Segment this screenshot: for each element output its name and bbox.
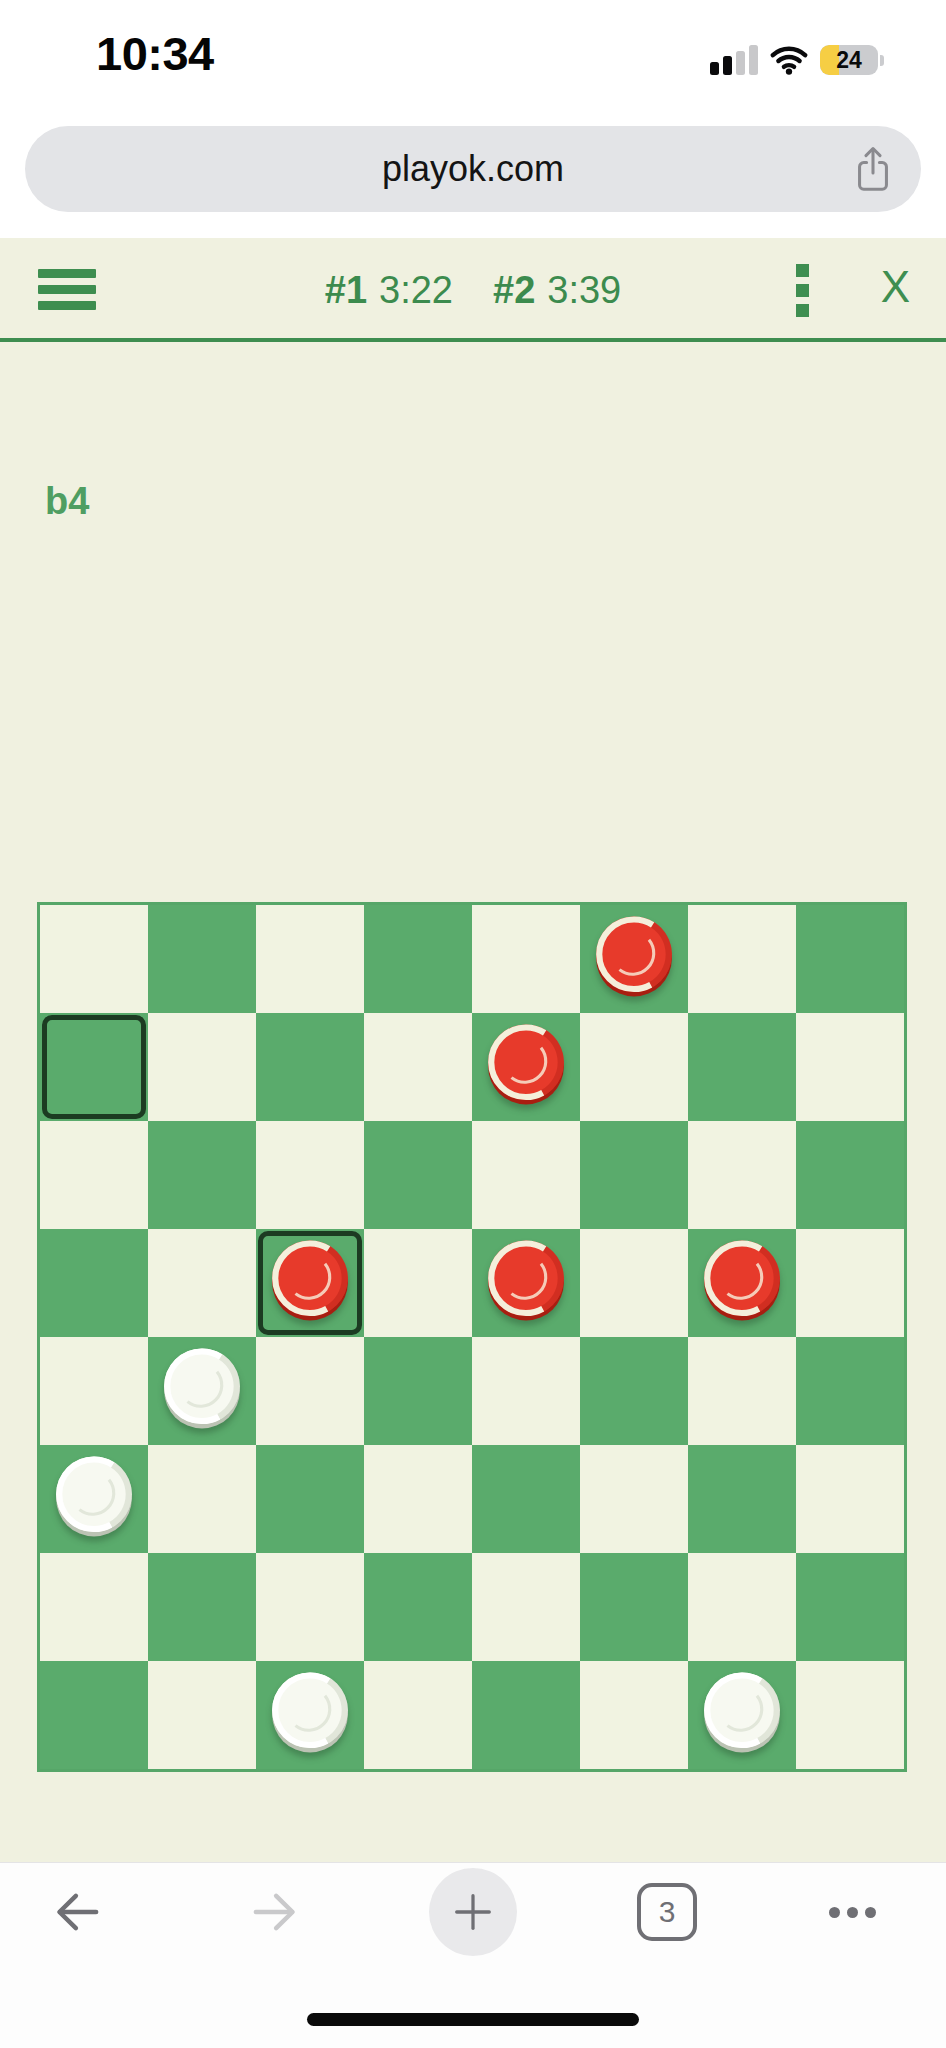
close-button[interactable]: X <box>881 262 910 312</box>
square-b2[interactable] <box>148 1553 256 1661</box>
square-f4[interactable] <box>580 1337 688 1445</box>
square-f6[interactable] <box>580 1121 688 1229</box>
square-h1[interactable] <box>796 1661 904 1769</box>
square-d5[interactable] <box>364 1229 472 1337</box>
square-b1[interactable] <box>148 1661 256 1769</box>
square-e7[interactable] <box>472 1013 580 1121</box>
square-f2[interactable] <box>580 1553 688 1661</box>
square-e1[interactable] <box>472 1661 580 1769</box>
white-piece-c1[interactable] <box>266 1668 354 1756</box>
kebab-menu-button[interactable] <box>796 264 810 324</box>
square-e3[interactable] <box>472 1445 580 1553</box>
square-d6[interactable] <box>364 1121 472 1229</box>
square-c7[interactable] <box>256 1013 364 1121</box>
tab-count: 3 <box>659 1895 676 1929</box>
square-g2[interactable] <box>688 1553 796 1661</box>
square-e4[interactable] <box>472 1337 580 1445</box>
last-move-text: b4 <box>45 480 89 523</box>
status-bar: 10:34 24 <box>0 0 946 126</box>
player2-clock: 3:39 <box>547 269 621 312</box>
square-a7[interactable] <box>40 1013 148 1121</box>
square-d1[interactable] <box>364 1661 472 1769</box>
forward-button[interactable] <box>248 1885 302 1939</box>
square-a1[interactable] <box>40 1661 148 1769</box>
square-d7[interactable] <box>364 1013 472 1121</box>
square-h5[interactable] <box>796 1229 904 1337</box>
square-d2[interactable] <box>364 1553 472 1661</box>
square-b8[interactable] <box>148 905 256 1013</box>
square-a3[interactable] <box>40 1445 148 1553</box>
url-text: playok.com <box>382 148 564 190</box>
browser-toolbar: 3 <box>0 1862 946 2048</box>
tabs-button[interactable]: 3 <box>637 1883 697 1941</box>
square-c6[interactable] <box>256 1121 364 1229</box>
square-e2[interactable] <box>472 1553 580 1661</box>
red-piece-g5[interactable] <box>698 1236 786 1324</box>
square-f3[interactable] <box>580 1445 688 1553</box>
square-a5[interactable] <box>40 1229 148 1337</box>
square-b3[interactable] <box>148 1445 256 1553</box>
hamburger-menu-button[interactable] <box>38 269 96 311</box>
square-c5[interactable] <box>256 1229 364 1337</box>
square-d4[interactable] <box>364 1337 472 1445</box>
square-c2[interactable] <box>256 1553 364 1661</box>
status-icons: 24 <box>710 38 878 82</box>
player1-clock: 3:22 <box>379 269 453 312</box>
checkers-board <box>37 902 907 1772</box>
square-d3[interactable] <box>364 1445 472 1553</box>
status-time: 10:34 <box>96 26 214 81</box>
square-h7[interactable] <box>796 1013 904 1121</box>
last-move-highlight-a7 <box>42 1015 146 1119</box>
square-g6[interactable] <box>688 1121 796 1229</box>
home-indicator <box>307 2013 639 2026</box>
square-b7[interactable] <box>148 1013 256 1121</box>
player2-label: #2 <box>493 269 535 312</box>
square-a6[interactable] <box>40 1121 148 1229</box>
white-piece-g1[interactable] <box>698 1668 786 1756</box>
white-piece-a3[interactable] <box>50 1452 138 1540</box>
red-piece-e5[interactable] <box>482 1236 570 1324</box>
square-c1[interactable] <box>256 1661 364 1769</box>
wifi-icon <box>770 45 808 75</box>
square-b6[interactable] <box>148 1121 256 1229</box>
square-c3[interactable] <box>256 1445 364 1553</box>
share-icon[interactable] <box>853 145 893 193</box>
square-f7[interactable] <box>580 1013 688 1121</box>
square-a2[interactable] <box>40 1553 148 1661</box>
page-content: #1 3:22 #2 3:39 X b4 <box>0 238 946 1862</box>
square-h4[interactable] <box>796 1337 904 1445</box>
cellular-signal-icon <box>710 45 758 75</box>
new-tab-button[interactable] <box>429 1868 517 1956</box>
player1-label: #1 <box>325 269 367 312</box>
square-f1[interactable] <box>580 1661 688 1769</box>
address-bar[interactable]: playok.com <box>25 126 921 212</box>
square-g3[interactable] <box>688 1445 796 1553</box>
square-g8[interactable] <box>688 905 796 1013</box>
red-piece-c5[interactable] <box>266 1236 354 1324</box>
white-piece-b4[interactable] <box>158 1344 246 1432</box>
square-b5[interactable] <box>148 1229 256 1337</box>
square-f5[interactable] <box>580 1229 688 1337</box>
square-g7[interactable] <box>688 1013 796 1121</box>
square-g1[interactable] <box>688 1661 796 1769</box>
red-piece-f8[interactable] <box>590 912 678 1000</box>
square-g4[interactable] <box>688 1337 796 1445</box>
square-e6[interactable] <box>472 1121 580 1229</box>
square-c4[interactable] <box>256 1337 364 1445</box>
game-header: #1 3:22 #2 3:39 X <box>0 238 946 342</box>
battery-percent: 24 <box>820 45 878 75</box>
square-e5[interactable] <box>472 1229 580 1337</box>
game-clocks: #1 3:22 #2 3:39 <box>325 238 622 342</box>
square-c8[interactable] <box>256 905 364 1013</box>
back-button[interactable] <box>50 1885 104 1939</box>
square-h3[interactable] <box>796 1445 904 1553</box>
square-h6[interactable] <box>796 1121 904 1229</box>
square-h8[interactable] <box>796 905 904 1013</box>
red-piece-e7[interactable] <box>482 1020 570 1108</box>
more-options-button[interactable] <box>829 1907 876 1918</box>
square-h2[interactable] <box>796 1553 904 1661</box>
square-e8[interactable] <box>472 905 580 1013</box>
square-a4[interactable] <box>40 1337 148 1445</box>
square-b4[interactable] <box>148 1337 256 1445</box>
battery-icon: 24 <box>820 45 878 75</box>
square-d8[interactable] <box>364 905 472 1013</box>
square-g5[interactable] <box>688 1229 796 1337</box>
square-a8[interactable] <box>40 905 148 1013</box>
square-f8[interactable] <box>580 905 688 1013</box>
